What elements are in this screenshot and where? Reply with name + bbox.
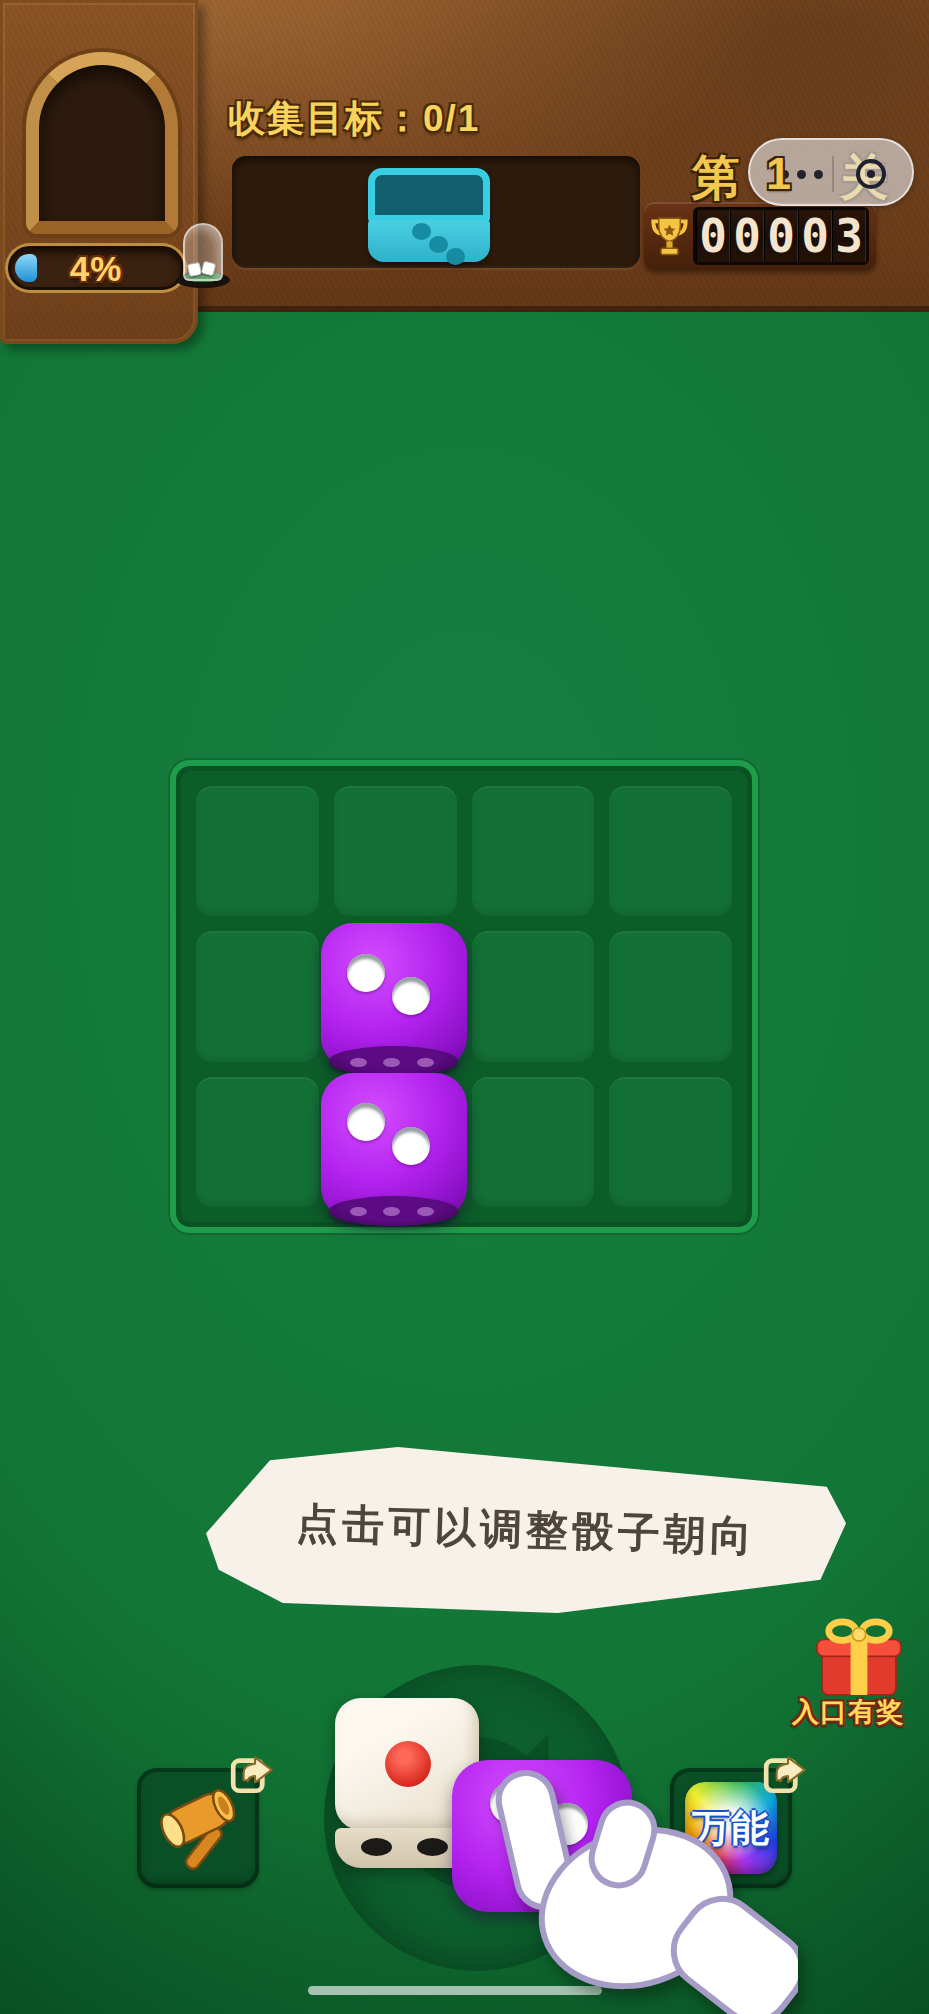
level-prefix: 第 (692, 146, 740, 210)
red-pip (385, 1741, 431, 1787)
pip (429, 236, 448, 253)
trophy-icon (651, 212, 688, 260)
pip (350, 1207, 367, 1216)
board-cell[interactable] (609, 931, 732, 1061)
board-cell[interactable] (609, 786, 732, 916)
more-icon (814, 170, 823, 179)
pip (383, 1207, 400, 1216)
pip (347, 1103, 385, 1141)
mini-die-icon (187, 262, 202, 277)
target-dice-icon (368, 168, 490, 264)
pip (347, 954, 385, 992)
pip (446, 248, 465, 265)
board-die-2[interactable] (321, 923, 467, 1069)
board-cell[interactable] (334, 786, 457, 916)
pip (417, 1207, 434, 1216)
pip (392, 977, 430, 1015)
collect-target-label: 收集目标：0/1 (228, 94, 480, 144)
pip (417, 1838, 448, 1856)
pip (392, 1127, 430, 1165)
pip (412, 223, 431, 240)
pip (361, 1838, 392, 1856)
score-digit: 0 (798, 210, 832, 262)
close-button[interactable] (830, 140, 912, 208)
arch-window (26, 52, 178, 234)
tutorial-bubble: 点击可以调整骰子朝向 (206, 1447, 846, 1613)
pip (383, 1058, 400, 1067)
tutorial-text: 点击可以调整骰子朝向 (295, 1496, 756, 1565)
score-digit: 0 (730, 210, 764, 262)
board-die-2[interactable] (321, 1073, 467, 1219)
board-cell[interactable] (472, 931, 595, 1061)
board-cell[interactable] (472, 1077, 595, 1207)
die-front-rim (329, 1196, 457, 1226)
board-cell[interactable] (196, 786, 319, 916)
gift-icon (800, 1616, 918, 1700)
level-indicator: 第 1 关 (680, 130, 929, 220)
share-arrow-icon[interactable] (228, 1746, 280, 1798)
pip (350, 1058, 367, 1067)
pip (417, 1058, 434, 1067)
dice-dome-icon (176, 216, 230, 288)
close-icon (856, 159, 886, 189)
board-cell[interactable] (196, 931, 319, 1061)
gift-label: 入口有奖 (766, 1694, 929, 1730)
target-dice-front-face (368, 220, 490, 262)
game-screen: 收集目标：0/1 第 1 关 (0, 0, 929, 2014)
score-digit: 0 (696, 210, 730, 262)
more-icon (797, 170, 806, 179)
board-cell[interactable] (609, 1077, 732, 1207)
progress-bar: 4% (8, 246, 184, 290)
collect-target-panel (232, 156, 640, 268)
score-digit: 0 (764, 210, 798, 262)
score-odometer: 00003 (693, 207, 869, 265)
board-cell[interactable] (472, 786, 595, 916)
hand-cursor-icon (478, 1768, 798, 2014)
score-digit: 3 (832, 210, 866, 262)
progress-panel: 4% (0, 0, 198, 344)
level-number: 1 (766, 148, 791, 200)
board-cell[interactable] (196, 1077, 319, 1207)
target-dice-top-face (368, 168, 490, 222)
progress-label: 4% (11, 249, 181, 287)
score-panel: 00003 (644, 202, 876, 270)
